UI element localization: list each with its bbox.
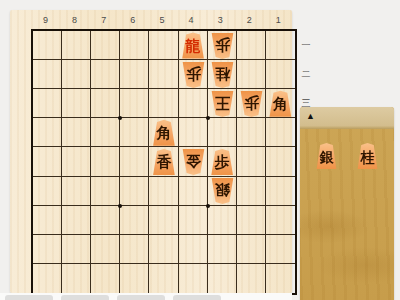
square-2-1[interactable] xyxy=(237,31,266,60)
square-4-4[interactable] xyxy=(179,118,208,147)
square-8-2[interactable] xyxy=(62,60,91,89)
piece-kanji: 歩 xyxy=(186,66,201,81)
square-9-7[interactable] xyxy=(33,206,62,235)
square-9-2[interactable] xyxy=(33,60,62,89)
piece-kanji: 角 xyxy=(273,97,288,112)
square-8-6[interactable] xyxy=(62,177,91,206)
square-2-7[interactable] xyxy=(237,206,266,235)
piece-kanji: 歩 xyxy=(215,37,230,52)
square-5-8[interactable] xyxy=(149,235,178,264)
square-9-9[interactable] xyxy=(33,264,62,293)
hand-piece-knight[interactable]: 桂 xyxy=(357,143,378,169)
piece-kanji: 桂 xyxy=(361,150,375,164)
square-5-9[interactable] xyxy=(149,264,178,293)
komadai-sente: ▲ 銀桂 xyxy=(300,107,394,300)
square-6-3[interactable] xyxy=(120,89,149,118)
square-8-7[interactable] xyxy=(62,206,91,235)
bottom-tab[interactable] xyxy=(117,295,165,300)
square-7-3[interactable] xyxy=(91,89,120,118)
shogi-board: 987654321 一二三四五六七八九 龍歩歩桂王歩角角香金歩銀 xyxy=(10,10,292,293)
square-2-2[interactable] xyxy=(237,60,266,89)
square-8-8[interactable] xyxy=(62,235,91,264)
square-9-6[interactable] xyxy=(33,177,62,206)
square-6-8[interactable] xyxy=(120,235,149,264)
file-label-5: 5 xyxy=(147,14,176,26)
square-6-7[interactable] xyxy=(120,206,149,235)
file-label-7: 7 xyxy=(89,14,118,26)
piece-kanji: 金 xyxy=(186,153,201,168)
square-9-1[interactable] xyxy=(33,31,62,60)
square-1-7[interactable] xyxy=(266,206,295,235)
square-2-5[interactable] xyxy=(237,147,266,176)
square-7-7[interactable] xyxy=(91,206,120,235)
file-label-4: 4 xyxy=(177,14,206,26)
square-5-6[interactable] xyxy=(149,177,178,206)
rank-label-1: 一 xyxy=(300,31,312,60)
square-1-9[interactable] xyxy=(266,264,295,293)
square-8-9[interactable] xyxy=(62,264,91,293)
square-1-2[interactable] xyxy=(266,60,295,89)
hoshi-dot xyxy=(206,204,210,208)
bottom-tab[interactable] xyxy=(5,295,53,300)
file-label-2: 2 xyxy=(235,14,264,26)
piece-kanji: 歩 xyxy=(215,155,230,170)
square-1-4[interactable] xyxy=(266,118,295,147)
square-1-6[interactable] xyxy=(266,177,295,206)
square-5-1[interactable] xyxy=(149,31,178,60)
square-7-8[interactable] xyxy=(91,235,120,264)
square-6-2[interactable] xyxy=(120,60,149,89)
square-1-8[interactable] xyxy=(266,235,295,264)
file-label-8: 8 xyxy=(60,14,89,26)
hand-piece-silver[interactable]: 銀 xyxy=(316,143,337,169)
bottom-tab[interactable] xyxy=(61,295,109,300)
piece-kanji: 銀 xyxy=(215,183,230,198)
square-4-6[interactable] xyxy=(179,177,208,206)
square-6-1[interactable] xyxy=(120,31,149,60)
square-5-7[interactable] xyxy=(149,206,178,235)
piece-kanji: 角 xyxy=(156,126,171,141)
square-2-6[interactable] xyxy=(237,177,266,206)
square-2-8[interactable] xyxy=(237,235,266,264)
square-7-9[interactable] xyxy=(91,264,120,293)
square-8-4[interactable] xyxy=(62,118,91,147)
file-label-3: 3 xyxy=(206,14,235,26)
square-7-5[interactable] xyxy=(91,147,120,176)
file-label-9: 9 xyxy=(31,14,60,26)
square-3-7[interactable] xyxy=(208,206,237,235)
file-label-1: 1 xyxy=(264,14,293,26)
square-7-1[interactable] xyxy=(91,31,120,60)
square-7-2[interactable] xyxy=(91,60,120,89)
piece-kanji: 香 xyxy=(156,155,171,170)
square-6-5[interactable] xyxy=(120,147,149,176)
file-label-6: 6 xyxy=(118,14,147,26)
square-1-1[interactable] xyxy=(266,31,295,60)
square-2-9[interactable] xyxy=(237,264,266,293)
komadai-top-band: ▲ xyxy=(300,107,394,129)
square-9-4[interactable] xyxy=(33,118,62,147)
square-1-5[interactable] xyxy=(266,147,295,176)
square-4-8[interactable] xyxy=(179,235,208,264)
square-7-6[interactable] xyxy=(91,177,120,206)
piece-kanji: 龍 xyxy=(186,39,201,54)
square-6-9[interactable] xyxy=(120,264,149,293)
shogi-app: 987654321 一二三四五六七八九 龍歩歩桂王歩角角香金歩銀 ▲ 銀桂 xyxy=(0,0,400,300)
square-8-5[interactable] xyxy=(62,147,91,176)
square-8-1[interactable] xyxy=(62,31,91,60)
square-4-3[interactable] xyxy=(179,89,208,118)
square-9-5[interactable] xyxy=(33,147,62,176)
square-2-4[interactable] xyxy=(237,118,266,147)
square-5-2[interactable] xyxy=(149,60,178,89)
square-6-6[interactable] xyxy=(120,177,149,206)
square-6-4[interactable] xyxy=(120,118,149,147)
square-9-8[interactable] xyxy=(33,235,62,264)
square-5-3[interactable] xyxy=(149,89,178,118)
square-3-9[interactable] xyxy=(208,264,237,293)
bottom-tab[interactable] xyxy=(173,295,221,300)
sente-to-move-marker: ▲ xyxy=(306,110,315,122)
piece-kanji: 歩 xyxy=(244,95,259,110)
square-7-4[interactable] xyxy=(91,118,120,147)
square-8-3[interactable] xyxy=(62,89,91,118)
piece-kanji: 王 xyxy=(215,95,230,110)
piece-kanji: 銀 xyxy=(320,150,334,164)
square-9-3[interactable] xyxy=(33,89,62,118)
square-4-9[interactable] xyxy=(179,264,208,293)
rank-label-2: 二 xyxy=(300,60,312,89)
square-3-4[interactable] xyxy=(208,118,237,147)
piece-kanji: 桂 xyxy=(215,66,230,81)
square-4-7[interactable] xyxy=(179,206,208,235)
square-3-8[interactable] xyxy=(208,235,237,264)
